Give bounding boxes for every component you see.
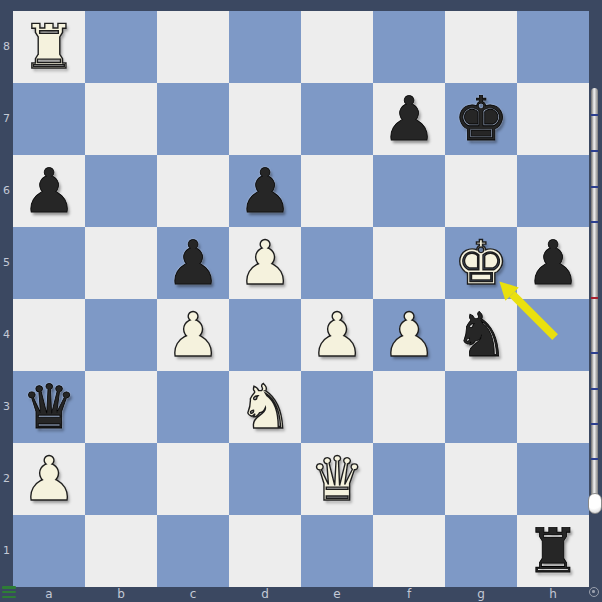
square-a6[interactable]: ♟	[13, 155, 85, 227]
square-d6[interactable]: ♟	[229, 155, 301, 227]
file-label-a: a	[13, 587, 85, 602]
target-icon[interactable]	[589, 587, 599, 597]
square-f5[interactable]	[373, 227, 445, 299]
square-e6[interactable]	[301, 155, 373, 227]
slider-tick	[591, 114, 598, 116]
square-h5[interactable]: ♟	[517, 227, 589, 299]
piece-white-knight[interactable]: ♞	[229, 371, 301, 443]
square-b5[interactable]	[85, 227, 157, 299]
square-d7[interactable]	[229, 83, 301, 155]
square-g6[interactable]	[445, 155, 517, 227]
file-label-d: d	[229, 587, 301, 602]
menu-icon-bar	[2, 586, 16, 589]
piece-black-pawn[interactable]: ♟	[517, 227, 589, 299]
file-label-b: b	[85, 587, 157, 602]
square-e8[interactable]	[301, 11, 373, 83]
square-e1[interactable]	[301, 515, 373, 587]
slider-tick	[591, 388, 598, 390]
piece-black-king[interactable]: ♚	[445, 83, 517, 155]
menu-icon-bar	[2, 591, 16, 594]
slider-tick	[591, 352, 598, 354]
piece-white-pawn[interactable]: ♟	[229, 227, 301, 299]
slider-tick	[591, 423, 598, 425]
file-label-e: e	[301, 587, 373, 602]
move-slider[interactable]	[591, 88, 598, 512]
square-f1[interactable]	[373, 515, 445, 587]
square-g4[interactable]: ♞	[445, 299, 517, 371]
square-f4[interactable]: ♟	[373, 299, 445, 371]
square-e5[interactable]	[301, 227, 373, 299]
square-c1[interactable]	[157, 515, 229, 587]
square-d4[interactable]	[229, 299, 301, 371]
piece-black-pawn[interactable]: ♟	[157, 227, 229, 299]
square-a3[interactable]: ♛	[13, 371, 85, 443]
square-c8[interactable]	[157, 11, 229, 83]
piece-white-queen[interactable]: ♛	[301, 443, 373, 515]
square-h1[interactable]: ♜	[517, 515, 589, 587]
square-g5[interactable]: ♚	[445, 227, 517, 299]
piece-white-pawn[interactable]: ♟	[13, 443, 85, 515]
piece-black-rook[interactable]: ♜	[517, 515, 589, 587]
square-h7[interactable]	[517, 83, 589, 155]
slider-center-tick	[591, 297, 598, 299]
file-label-g: g	[445, 587, 517, 602]
square-b1[interactable]	[85, 515, 157, 587]
square-h6[interactable]	[517, 155, 589, 227]
square-f8[interactable]	[373, 11, 445, 83]
piece-white-pawn[interactable]: ♟	[157, 299, 229, 371]
slider-tick	[591, 150, 598, 152]
rank-label-3: 3	[0, 371, 13, 443]
slider-thumb[interactable]	[588, 493, 602, 514]
square-b8[interactable]	[85, 11, 157, 83]
piece-white-pawn[interactable]: ♟	[373, 299, 445, 371]
square-g1[interactable]	[445, 515, 517, 587]
menu-icon-bar	[2, 596, 16, 599]
square-h2[interactable]	[517, 443, 589, 515]
piece-black-pawn[interactable]: ♟	[13, 155, 85, 227]
square-d5[interactable]: ♟	[229, 227, 301, 299]
square-d2[interactable]	[229, 443, 301, 515]
square-f6[interactable]	[373, 155, 445, 227]
square-c4[interactable]: ♟	[157, 299, 229, 371]
square-a4[interactable]	[13, 299, 85, 371]
square-h3[interactable]	[517, 371, 589, 443]
square-e2[interactable]: ♛	[301, 443, 373, 515]
slider-tick	[591, 221, 598, 223]
square-a7[interactable]	[13, 83, 85, 155]
rank-label-1: 1	[0, 515, 13, 587]
square-e4[interactable]: ♟	[301, 299, 373, 371]
square-c5[interactable]: ♟	[157, 227, 229, 299]
square-d3[interactable]: ♞	[229, 371, 301, 443]
piece-white-pawn[interactable]: ♟	[301, 299, 373, 371]
square-b4[interactable]	[85, 299, 157, 371]
square-b7[interactable]	[85, 83, 157, 155]
square-f7[interactable]: ♟	[373, 83, 445, 155]
rank-label-4: 4	[0, 299, 13, 371]
square-b2[interactable]	[85, 443, 157, 515]
chess-board: ♜♟♚♟♟♟♟♚♟♟♟♟♞♛♞♟♛♜	[13, 11, 589, 587]
square-a8[interactable]: ♜	[13, 11, 85, 83]
file-label-f: f	[373, 587, 445, 602]
square-d8[interactable]	[229, 11, 301, 83]
piece-black-pawn[interactable]: ♟	[373, 83, 445, 155]
piece-white-rook[interactable]: ♜	[13, 11, 85, 83]
square-f2[interactable]	[373, 443, 445, 515]
square-c2[interactable]	[157, 443, 229, 515]
square-h4[interactable]	[517, 299, 589, 371]
piece-black-knight[interactable]: ♞	[445, 299, 517, 371]
square-a1[interactable]	[13, 515, 85, 587]
square-a2[interactable]: ♟	[13, 443, 85, 515]
square-e3[interactable]	[301, 371, 373, 443]
rank-label-8: 8	[0, 11, 13, 83]
chess-app-window: ♜♟♚♟♟♟♟♚♟♟♟♟♞♛♞♟♛♜ 87654321abcdefgh	[0, 0, 602, 602]
menu-icon[interactable]	[2, 586, 16, 598]
square-g2[interactable]	[445, 443, 517, 515]
square-b3[interactable]	[85, 371, 157, 443]
square-c6[interactable]	[157, 155, 229, 227]
square-d1[interactable]	[229, 515, 301, 587]
rank-label-2: 2	[0, 443, 13, 515]
rank-label-7: 7	[0, 83, 13, 155]
piece-black-queen[interactable]: ♛	[13, 371, 85, 443]
square-c7[interactable]	[157, 83, 229, 155]
square-e7[interactable]	[301, 83, 373, 155]
piece-white-king[interactable]: ♚	[445, 227, 517, 299]
square-g8[interactable]	[445, 11, 517, 83]
file-label-h: h	[517, 587, 589, 602]
rank-label-6: 6	[0, 155, 13, 227]
square-a5[interactable]	[13, 227, 85, 299]
slider-tick	[591, 458, 598, 460]
piece-black-pawn[interactable]: ♟	[229, 155, 301, 227]
slider-tick	[591, 186, 598, 188]
square-h8[interactable]	[517, 11, 589, 83]
square-b6[interactable]	[85, 155, 157, 227]
square-c3[interactable]	[157, 371, 229, 443]
square-g7[interactable]: ♚	[445, 83, 517, 155]
file-label-c: c	[157, 587, 229, 602]
square-f3[interactable]	[373, 371, 445, 443]
rank-label-5: 5	[0, 227, 13, 299]
square-g3[interactable]	[445, 371, 517, 443]
